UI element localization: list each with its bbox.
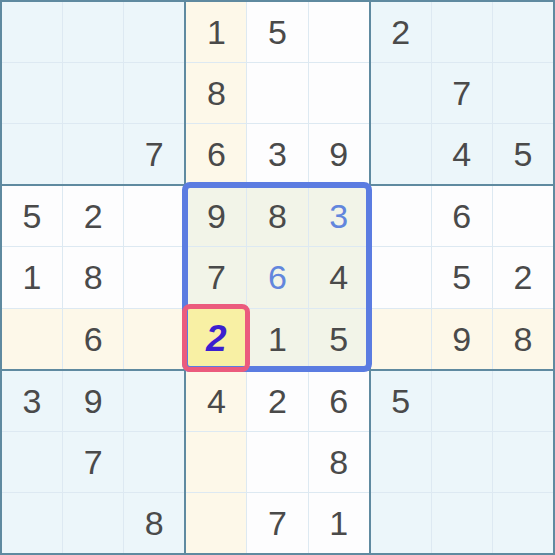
cell-r2c8[interactable]: 5 [493, 124, 553, 184]
cell-r4c1[interactable]: 8 [63, 247, 123, 307]
cell-r2c3[interactable]: 6 [186, 124, 246, 184]
cell-r2c5[interactable]: 9 [309, 124, 369, 184]
cell-r7c3[interactable] [186, 432, 246, 492]
cell-r6c8[interactable] [493, 371, 553, 431]
cell-r7c2[interactable] [124, 432, 184, 492]
cell-r8c7[interactable] [432, 493, 492, 553]
cell-r4c3[interactable]: 7 [186, 247, 246, 307]
box-0-2: 2745 [371, 2, 553, 184]
cell-r8c6[interactable] [371, 493, 431, 553]
box-1-2: 65298 [371, 186, 553, 368]
cell-r1c5[interactable] [309, 63, 369, 123]
cell-r0c0[interactable] [2, 2, 62, 62]
cell-r1c6[interactable] [371, 63, 431, 123]
cell-r6c6[interactable]: 5 [371, 371, 431, 431]
box-2-0: 3978 [2, 371, 184, 553]
cell-r0c4[interactable]: 5 [247, 2, 307, 62]
cell-r5c2[interactable] [124, 309, 184, 369]
cell-r7c6[interactable] [371, 432, 431, 492]
cell-r4c7[interactable]: 5 [432, 247, 492, 307]
cell-r2c1[interactable] [63, 124, 123, 184]
cell-r3c8[interactable] [493, 186, 553, 246]
cell-r5c5[interactable]: 5 [309, 309, 369, 369]
cell-r7c1[interactable]: 7 [63, 432, 123, 492]
sudoku-board: 7158639274552186983764215652983978426871… [0, 0, 555, 555]
cell-r3c1[interactable]: 2 [63, 186, 123, 246]
cell-r0c6[interactable]: 2 [371, 2, 431, 62]
cell-r8c2[interactable]: 8 [124, 493, 184, 553]
cell-r5c1[interactable]: 6 [63, 309, 123, 369]
cell-r6c2[interactable] [124, 371, 184, 431]
cell-r7c7[interactable] [432, 432, 492, 492]
cell-r6c5[interactable]: 6 [309, 371, 369, 431]
cell-r7c4[interactable] [247, 432, 307, 492]
cell-r1c3[interactable]: 8 [186, 63, 246, 123]
cell-r1c0[interactable] [2, 63, 62, 123]
cell-r3c2[interactable] [124, 186, 184, 246]
cell-r8c0[interactable] [2, 493, 62, 553]
cell-r0c5[interactable] [309, 2, 369, 62]
cell-r0c3[interactable]: 1 [186, 2, 246, 62]
cell-r0c7[interactable] [432, 2, 492, 62]
cell-r8c1[interactable] [63, 493, 123, 553]
cell-r0c8[interactable] [493, 2, 553, 62]
cell-r6c3[interactable]: 4 [186, 371, 246, 431]
cell-r2c4[interactable]: 3 [247, 124, 307, 184]
cell-r8c3[interactable] [186, 493, 246, 553]
box-0-1: 158639 [186, 2, 368, 184]
cell-r8c5[interactable]: 1 [309, 493, 369, 553]
cell-r3c7[interactable]: 6 [432, 186, 492, 246]
cell-r7c0[interactable] [2, 432, 62, 492]
cell-r4c4[interactable]: 6 [247, 247, 307, 307]
cell-r5c3[interactable]: 2 [186, 309, 246, 369]
cell-r5c7[interactable]: 9 [432, 309, 492, 369]
cell-r8c4[interactable]: 7 [247, 493, 307, 553]
cell-r1c8[interactable] [493, 63, 553, 123]
cell-r2c6[interactable] [371, 124, 431, 184]
cell-r5c8[interactable]: 8 [493, 309, 553, 369]
cell-r1c1[interactable] [63, 63, 123, 123]
cell-r2c7[interactable]: 4 [432, 124, 492, 184]
sudoku-board-wrap: 7158639274552186983764215652983978426871… [0, 0, 555, 555]
cell-r7c5[interactable]: 8 [309, 432, 369, 492]
cell-r0c2[interactable] [124, 2, 184, 62]
cell-r3c5[interactable]: 3 [309, 186, 369, 246]
cell-r3c0[interactable]: 5 [2, 186, 62, 246]
cell-r6c4[interactable]: 2 [247, 371, 307, 431]
cell-r4c2[interactable] [124, 247, 184, 307]
cell-r6c7[interactable] [432, 371, 492, 431]
cell-r4c8[interactable]: 2 [493, 247, 553, 307]
cell-r5c4[interactable]: 1 [247, 309, 307, 369]
cell-r4c6[interactable] [371, 247, 431, 307]
box-1-0: 52186 [2, 186, 184, 368]
cell-r0c1[interactable] [63, 2, 123, 62]
cell-r4c5[interactable]: 4 [309, 247, 369, 307]
box-0-0: 7 [2, 2, 184, 184]
cell-r8c8[interactable] [493, 493, 553, 553]
cell-r1c7[interactable]: 7 [432, 63, 492, 123]
cell-r7c8[interactable] [493, 432, 553, 492]
cell-r3c6[interactable] [371, 186, 431, 246]
cell-r3c3[interactable]: 9 [186, 186, 246, 246]
cell-r3c4[interactable]: 8 [247, 186, 307, 246]
cell-r6c1[interactable]: 9 [63, 371, 123, 431]
cell-r5c0[interactable] [2, 309, 62, 369]
cell-r4c0[interactable]: 1 [2, 247, 62, 307]
box-1-1: 983764215 [186, 186, 368, 368]
cell-r2c2[interactable]: 7 [124, 124, 184, 184]
box-2-2: 5 [371, 371, 553, 553]
cell-r1c4[interactable] [247, 63, 307, 123]
cell-r1c2[interactable] [124, 63, 184, 123]
cell-r6c0[interactable]: 3 [2, 371, 62, 431]
cell-r5c6[interactable] [371, 309, 431, 369]
cell-r2c0[interactable] [2, 124, 62, 184]
box-2-1: 426871 [186, 371, 368, 553]
